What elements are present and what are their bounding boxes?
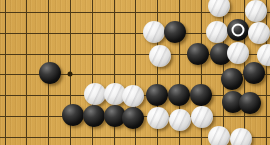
white-stone[interactable] <box>208 126 230 145</box>
black-stone[interactable] <box>168 84 190 106</box>
black-stone[interactable] <box>146 84 168 106</box>
grid-line-vertical <box>26 0 27 145</box>
white-stone[interactable] <box>206 21 228 43</box>
white-stone[interactable] <box>149 45 171 67</box>
black-stone[interactable] <box>227 19 249 41</box>
white-stone[interactable] <box>208 0 230 17</box>
black-stone[interactable] <box>164 21 186 43</box>
black-stone[interactable] <box>122 107 144 129</box>
grid-line-vertical <box>266 0 267 145</box>
black-stone[interactable] <box>243 62 265 84</box>
star-point <box>67 72 72 77</box>
black-stone[interactable] <box>190 84 212 106</box>
white-stone[interactable] <box>84 83 106 105</box>
black-stone[interactable] <box>62 104 84 126</box>
black-stone[interactable] <box>239 92 261 114</box>
white-stone[interactable] <box>257 44 270 66</box>
white-stone[interactable] <box>230 128 252 145</box>
black-stone[interactable] <box>83 105 105 127</box>
white-stone[interactable] <box>169 109 191 131</box>
black-stone[interactable] <box>187 43 209 65</box>
black-stone[interactable] <box>39 62 61 84</box>
last-move-marker-icon <box>232 23 245 36</box>
white-stone[interactable] <box>143 21 165 43</box>
white-stone[interactable] <box>248 22 270 44</box>
white-stone[interactable] <box>191 106 213 128</box>
white-stone[interactable] <box>147 107 169 129</box>
grid-line-vertical <box>5 0 6 145</box>
white-stone[interactable] <box>227 42 249 64</box>
white-stone[interactable] <box>245 0 267 22</box>
go-board[interactable] <box>0 0 270 145</box>
white-stone[interactable] <box>122 85 144 107</box>
black-stone[interactable] <box>221 68 243 90</box>
grid-line-horizontal <box>0 12 270 13</box>
